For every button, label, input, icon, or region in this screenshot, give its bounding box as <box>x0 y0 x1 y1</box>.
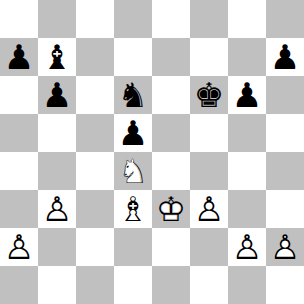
square-d3[interactable]: ♗ <box>114 190 152 228</box>
square-a8[interactable] <box>0 0 38 38</box>
square-a3[interactable] <box>0 190 38 228</box>
square-b4[interactable] <box>38 152 76 190</box>
square-h7[interactable]: ♟ <box>266 38 304 76</box>
square-f1[interactable] <box>190 266 228 304</box>
square-e7[interactable] <box>152 38 190 76</box>
black-knight-d6: ♞ <box>118 76 148 114</box>
square-g6[interactable]: ♟ <box>228 76 266 114</box>
square-f7[interactable] <box>190 38 228 76</box>
square-d2[interactable] <box>114 228 152 266</box>
square-a5[interactable] <box>0 114 38 152</box>
square-e6[interactable] <box>152 76 190 114</box>
square-e8[interactable] <box>152 0 190 38</box>
square-h8[interactable] <box>266 0 304 38</box>
square-h5[interactable] <box>266 114 304 152</box>
square-a6[interactable] <box>0 76 38 114</box>
square-b2[interactable] <box>38 228 76 266</box>
white-bishop-d3: ♗ <box>118 190 148 228</box>
square-c5[interactable] <box>76 114 114 152</box>
white-pawn-a2: ♙ <box>4 228 34 266</box>
square-g5[interactable] <box>228 114 266 152</box>
black-pawn-h7: ♟ <box>270 38 300 76</box>
square-h6[interactable] <box>266 76 304 114</box>
square-b7[interactable]: ♝ <box>38 38 76 76</box>
white-pawn-b3: ♙ <box>42 190 72 228</box>
square-d5[interactable]: ♟ <box>114 114 152 152</box>
square-f6[interactable]: ♚ <box>190 76 228 114</box>
square-c8[interactable] <box>76 0 114 38</box>
black-bishop-b7: ♝ <box>42 38 72 76</box>
square-b1[interactable] <box>38 266 76 304</box>
square-d6[interactable]: ♞ <box>114 76 152 114</box>
square-d4[interactable]: ♘ <box>114 152 152 190</box>
square-c3[interactable] <box>76 190 114 228</box>
square-h2[interactable]: ♙ <box>266 228 304 266</box>
square-d8[interactable] <box>114 0 152 38</box>
square-g8[interactable] <box>228 0 266 38</box>
black-pawn-a7: ♟ <box>4 38 34 76</box>
black-pawn-d5: ♟ <box>118 114 148 152</box>
square-a1[interactable] <box>0 266 38 304</box>
square-h3[interactable] <box>266 190 304 228</box>
square-f5[interactable] <box>190 114 228 152</box>
square-f2[interactable] <box>190 228 228 266</box>
black-pawn-b6: ♟ <box>42 76 72 114</box>
white-knight-d4: ♘ <box>118 152 148 190</box>
square-d1[interactable] <box>114 266 152 304</box>
square-f4[interactable] <box>190 152 228 190</box>
square-c6[interactable] <box>76 76 114 114</box>
square-h1[interactable] <box>266 266 304 304</box>
square-h4[interactable] <box>266 152 304 190</box>
square-e4[interactable] <box>152 152 190 190</box>
square-g1[interactable] <box>228 266 266 304</box>
square-c7[interactable] <box>76 38 114 76</box>
black-pawn-g6: ♟ <box>232 76 262 114</box>
square-e2[interactable] <box>152 228 190 266</box>
white-king-e3: ♔ <box>156 190 186 228</box>
square-b5[interactable] <box>38 114 76 152</box>
square-g4[interactable] <box>228 152 266 190</box>
square-f3[interactable]: ♙ <box>190 190 228 228</box>
square-b3[interactable]: ♙ <box>38 190 76 228</box>
square-c4[interactable] <box>76 152 114 190</box>
square-f8[interactable] <box>190 0 228 38</box>
white-pawn-h2: ♙ <box>270 228 300 266</box>
square-b8[interactable] <box>38 0 76 38</box>
square-g3[interactable] <box>228 190 266 228</box>
square-a7[interactable]: ♟ <box>0 38 38 76</box>
white-pawn-f3: ♙ <box>194 190 224 228</box>
square-c2[interactable] <box>76 228 114 266</box>
white-pawn-g2: ♙ <box>232 228 262 266</box>
square-a2[interactable]: ♙ <box>0 228 38 266</box>
square-e5[interactable] <box>152 114 190 152</box>
square-c1[interactable] <box>76 266 114 304</box>
square-e3[interactable]: ♔ <box>152 190 190 228</box>
chess-board: ♟♝♟♟♞♚♟♟♘♙♗♔♙♙♙♙ <box>0 0 304 304</box>
square-g2[interactable]: ♙ <box>228 228 266 266</box>
square-e1[interactable] <box>152 266 190 304</box>
square-d7[interactable] <box>114 38 152 76</box>
square-g7[interactable] <box>228 38 266 76</box>
square-a4[interactable] <box>0 152 38 190</box>
black-king-f6: ♚ <box>194 76 224 114</box>
square-b6[interactable]: ♟ <box>38 76 76 114</box>
